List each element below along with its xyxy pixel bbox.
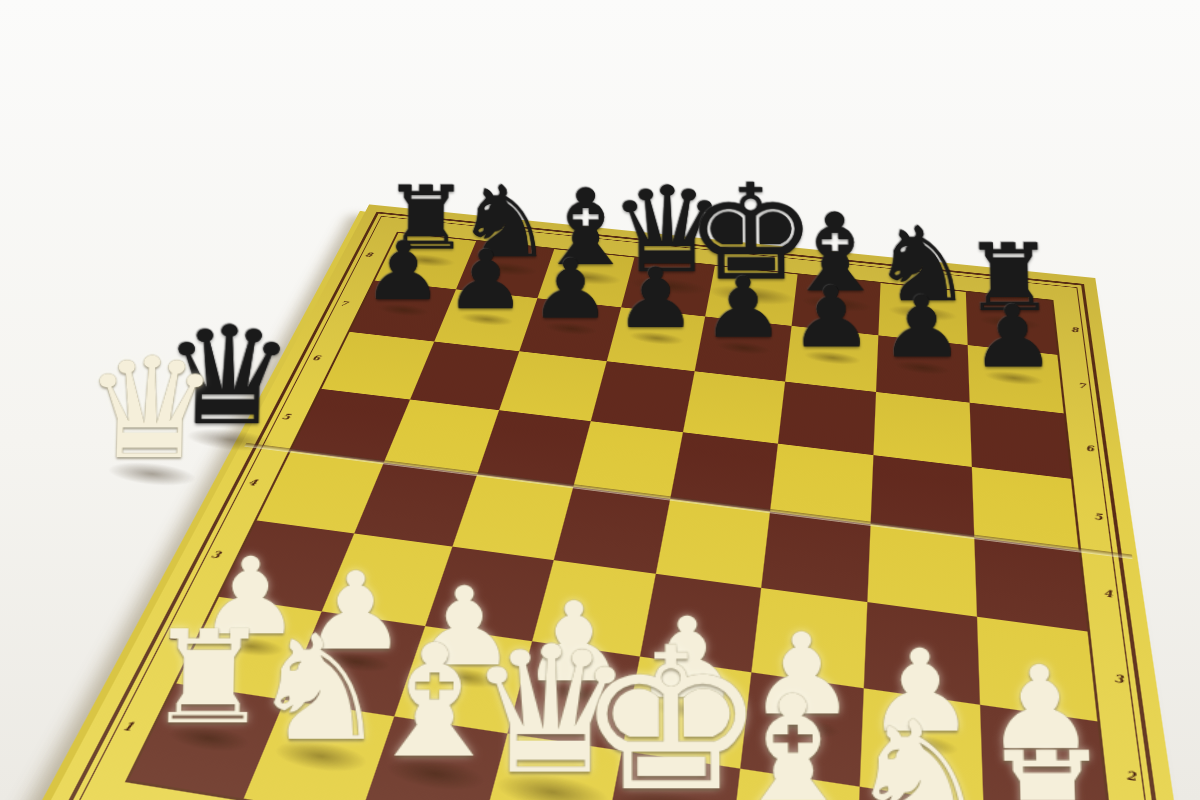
spare-white-queen: ♛ xyxy=(80,339,221,479)
square-f7 xyxy=(785,326,879,392)
square-c8 xyxy=(538,249,634,307)
square-g5 xyxy=(871,455,974,538)
piece-wR-h1: ♜ xyxy=(979,735,1118,800)
rank-label-left-7: 7 xyxy=(339,300,349,308)
square-d6 xyxy=(590,361,694,432)
square-d4 xyxy=(553,487,670,574)
rank-label-right-8: 8 xyxy=(1070,325,1078,333)
square-h6 xyxy=(969,403,1071,479)
rank-label-right-4: 4 xyxy=(1103,587,1113,599)
square-g7 xyxy=(876,335,969,403)
photo-background: abcdefgh8877665544332211 ♜♞♝♛♚♝♞♜♟♟♟♟♟♟♟… xyxy=(0,0,1200,800)
rank-label-right-5: 5 xyxy=(1093,511,1103,522)
square-f5 xyxy=(769,443,873,524)
square-g8 xyxy=(878,283,967,345)
square-e6 xyxy=(683,371,785,443)
rank-label-left-6: 6 xyxy=(311,353,322,361)
rank-label-left-1: 1 xyxy=(121,719,137,733)
rank-label-right-3: 3 xyxy=(1113,672,1124,685)
square-e8 xyxy=(705,266,797,326)
piece-wN-g1: ♞ xyxy=(843,700,996,800)
rank-label-left-4: 4 xyxy=(247,477,259,487)
square-f8 xyxy=(791,274,880,335)
rank-label-right-7: 7 xyxy=(1077,381,1086,390)
square-c5 xyxy=(477,410,590,487)
square-e5 xyxy=(670,432,777,512)
square-e4 xyxy=(656,499,770,587)
square-h4 xyxy=(974,537,1088,631)
square-c6 xyxy=(499,351,606,421)
square-c7 xyxy=(519,298,620,361)
square-f4 xyxy=(761,511,871,601)
square-d5 xyxy=(573,421,683,499)
square-f6 xyxy=(777,382,876,455)
rank-label-right-6: 6 xyxy=(1085,443,1094,453)
square-h5 xyxy=(971,466,1078,550)
square-d7 xyxy=(606,307,705,371)
table-surface: abcdefgh8877665544332211 ♜♞♝♛♚♝♞♜♟♟♟♟♟♟♟… xyxy=(0,187,1200,800)
square-g4 xyxy=(867,524,976,616)
square-e7 xyxy=(695,316,791,381)
square-d8 xyxy=(621,257,715,316)
square-a4 xyxy=(257,451,383,533)
square-g6 xyxy=(873,392,971,466)
rank-label-right-2: 2 xyxy=(1125,767,1137,782)
